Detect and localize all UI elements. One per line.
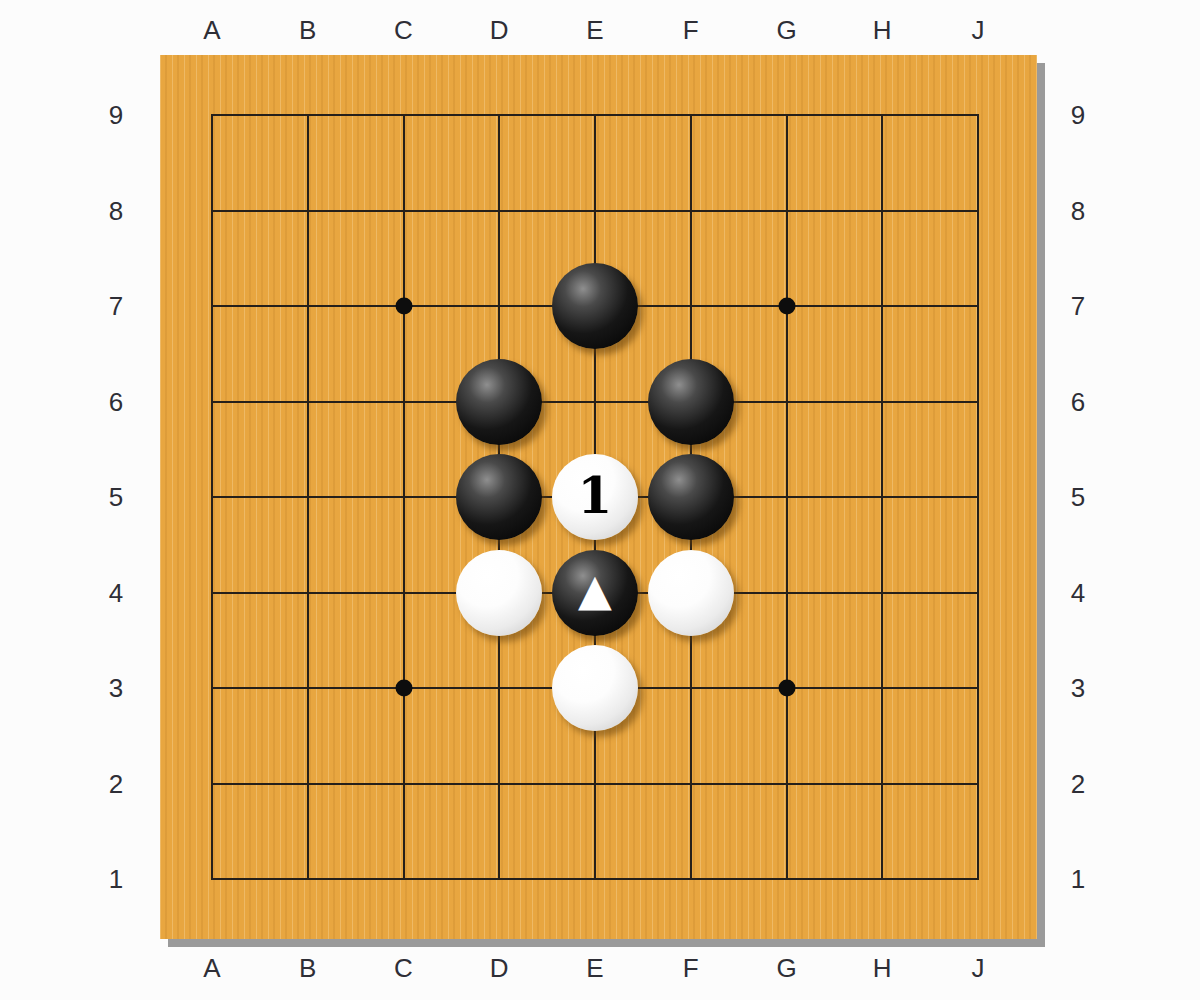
coord-label-left-4: 4 (109, 577, 123, 608)
coord-label-right-1: 1 (1071, 864, 1085, 895)
move-number-label: 1 (578, 471, 613, 521)
stone-black-E4: ▲ (552, 550, 638, 636)
coord-label-top-A: A (203, 15, 220, 46)
star-point-C3 (395, 680, 412, 697)
stone-black-D6 (456, 359, 542, 445)
star-point-G3 (778, 680, 795, 697)
stone-black-F5 (648, 454, 734, 540)
coord-label-right-3: 3 (1071, 673, 1085, 704)
coord-label-right-7: 7 (1071, 291, 1085, 322)
coord-label-top-E: E (586, 15, 603, 46)
stone-white-F4 (648, 550, 734, 636)
coord-label-top-F: F (683, 15, 699, 46)
star-point-C7 (395, 298, 412, 315)
coord-label-left-2: 2 (109, 768, 123, 799)
coord-label-left-5: 5 (109, 482, 123, 513)
go-diagram-page: AABBCCDDEEFFGGHHJJ9988776655443322111▲ (0, 0, 1200, 1000)
coord-label-left-9: 9 (109, 100, 123, 131)
coord-label-top-C: C (394, 15, 413, 46)
grid-line-horizontal-2 (211, 783, 979, 785)
coord-label-top-D: D (490, 15, 509, 46)
stone-white-E3 (552, 645, 638, 731)
coord-label-right-9: 9 (1071, 100, 1085, 131)
coord-label-left-7: 7 (109, 291, 123, 322)
coord-label-right-2: 2 (1071, 768, 1085, 799)
coord-label-bottom-G: G (776, 953, 796, 984)
grid-line-vertical-G (786, 114, 788, 880)
coord-label-top-J: J (972, 15, 985, 46)
coord-label-left-6: 6 (109, 386, 123, 417)
coord-label-right-5: 5 (1071, 482, 1085, 513)
coord-label-bottom-J: J (972, 953, 985, 984)
coord-label-left-3: 3 (109, 673, 123, 704)
coord-label-left-8: 8 (109, 195, 123, 226)
coord-label-bottom-A: A (203, 953, 220, 984)
stone-white-D4 (456, 550, 542, 636)
triangle-mark-icon: ▲ (578, 568, 612, 612)
coord-label-bottom-C: C (394, 953, 413, 984)
coord-label-top-B: B (299, 15, 316, 46)
coord-label-right-4: 4 (1071, 577, 1085, 608)
grid-line-horizontal-1 (211, 878, 979, 880)
stone-black-F6 (648, 359, 734, 445)
coord-label-bottom-D: D (490, 953, 509, 984)
coord-label-left-1: 1 (109, 864, 123, 895)
coord-label-bottom-H: H (873, 953, 892, 984)
coord-label-bottom-B: B (299, 953, 316, 984)
stone-white-E5: 1 (552, 454, 638, 540)
stone-black-D5 (456, 454, 542, 540)
coord-label-bottom-F: F (683, 953, 699, 984)
stone-black-E7 (552, 263, 638, 349)
coord-label-top-G: G (776, 15, 796, 46)
grid-line-vertical-H (881, 114, 883, 880)
coord-label-bottom-E: E (586, 953, 603, 984)
coord-label-right-6: 6 (1071, 386, 1085, 417)
coord-label-top-H: H (873, 15, 892, 46)
grid-line-vertical-J (977, 114, 979, 880)
star-point-G7 (778, 298, 795, 315)
coord-label-right-8: 8 (1071, 195, 1085, 226)
